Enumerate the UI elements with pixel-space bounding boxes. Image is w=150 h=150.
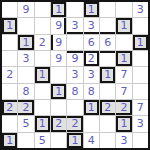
cell-r2c9[interactable]	[133, 18, 148, 33]
cell-r9c1[interactable]: 1	[2, 133, 17, 148]
cell-r1c9[interactable]: 3	[133, 2, 148, 17]
cell-r1c2[interactable]: 9	[18, 2, 33, 17]
puzzle-page: 9113193311296613992121331781887221227512…	[0, 0, 150, 150]
cell-r5c9[interactable]	[133, 67, 148, 82]
cell-r8c4[interactable]: 2	[51, 116, 66, 131]
cell-r3c9[interactable]: 1	[133, 35, 148, 50]
cell-r3c7[interactable]: 6	[100, 35, 115, 50]
cell-r2c7[interactable]	[100, 18, 115, 33]
cell-r6c3[interactable]	[35, 84, 50, 99]
cell-r3c8[interactable]	[116, 35, 131, 50]
cell-r9c3[interactable]: 5	[35, 133, 50, 148]
cell-r6c2[interactable]: 8	[18, 84, 33, 99]
cell-r7c7[interactable]: 2	[100, 100, 115, 115]
cell-r9c4[interactable]	[51, 133, 66, 148]
cell-r2c5[interactable]: 3	[67, 18, 82, 33]
cell-r4c1[interactable]	[2, 51, 17, 66]
cell-r5c6[interactable]: 3	[84, 67, 99, 82]
cell-r8c7[interactable]	[100, 116, 115, 131]
cell-r6c5[interactable]: 8	[67, 84, 82, 99]
cell-r5c7[interactable]: 1	[100, 67, 115, 82]
cell-r9c6[interactable]: 4	[84, 133, 99, 148]
cell-r3c3[interactable]: 2	[35, 35, 50, 50]
cell-r7c5[interactable]	[67, 100, 82, 115]
cell-r3c6[interactable]: 6	[84, 35, 99, 50]
cell-r3c4[interactable]: 9	[51, 35, 66, 50]
cell-r5c3[interactable]: 1	[35, 67, 50, 82]
cell-r1c3[interactable]	[35, 2, 50, 17]
cell-r8c2[interactable]: 5	[18, 116, 33, 131]
cell-r7c6[interactable]: 1	[84, 100, 99, 115]
cell-r2c3[interactable]	[35, 18, 50, 33]
cell-r1c8[interactable]	[116, 2, 131, 17]
cell-r4c3[interactable]	[35, 51, 50, 66]
cell-r8c6[interactable]	[84, 116, 99, 131]
cell-r5c2[interactable]	[18, 67, 33, 82]
cell-r7c4[interactable]	[51, 100, 66, 115]
cell-r4c5[interactable]: 9	[67, 51, 82, 66]
cell-r6c1[interactable]	[2, 84, 17, 99]
cell-r7c3[interactable]	[35, 100, 50, 115]
cell-r2c1[interactable]: 1	[2, 18, 17, 33]
cell-r4c6[interactable]: 2	[84, 51, 99, 66]
cell-r6c8[interactable]: 7	[116, 84, 131, 99]
cell-r6c6[interactable]: 8	[84, 84, 99, 99]
cell-r2c2[interactable]	[18, 18, 33, 33]
cell-r5c4[interactable]	[51, 67, 66, 82]
cell-r8c9[interactable]: 3	[133, 116, 148, 131]
cell-r7c9[interactable]: 7	[133, 100, 148, 115]
cell-r1c6[interactable]: 1	[84, 2, 99, 17]
cell-r8c1[interactable]	[2, 116, 17, 131]
cell-r1c4[interactable]: 1	[51, 2, 66, 17]
cell-r2c6[interactable]: 3	[84, 18, 99, 33]
cell-r6c9[interactable]	[133, 84, 148, 99]
cell-r8c3[interactable]: 1	[35, 116, 50, 131]
cell-r5c1[interactable]: 2	[2, 67, 17, 82]
cell-r7c1[interactable]: 2	[2, 100, 17, 115]
board: 9113193311296613992121331781887221227512…	[0, 0, 150, 150]
cell-r9c9[interactable]	[133, 133, 148, 148]
cell-r1c1[interactable]	[2, 2, 17, 17]
cell-r7c8[interactable]: 2	[116, 100, 131, 115]
cell-r1c5[interactable]	[67, 2, 82, 17]
cell-r1c7[interactable]	[100, 2, 115, 17]
cell-r4c7[interactable]	[100, 51, 115, 66]
cell-r4c8[interactable]: 1	[116, 51, 131, 66]
cell-r3c1[interactable]	[2, 35, 17, 50]
cell-r5c8[interactable]: 7	[116, 67, 131, 82]
cell-r9c5[interactable]: 1	[67, 133, 82, 148]
cell-r3c2[interactable]: 1	[18, 35, 33, 50]
cell-r9c7[interactable]	[100, 133, 115, 148]
cell-r9c2[interactable]	[18, 133, 33, 148]
cell-r9c8[interactable]: 3	[116, 133, 131, 148]
cell-r4c4[interactable]: 9	[51, 51, 66, 66]
cell-r8c5[interactable]: 2	[67, 116, 82, 131]
cell-r6c7[interactable]	[100, 84, 115, 99]
cell-r4c2[interactable]: 3	[18, 51, 33, 66]
cell-r8c8[interactable]: 1	[116, 116, 131, 131]
cell-r5c5[interactable]: 3	[67, 67, 82, 82]
cell-r2c4[interactable]: 9	[51, 18, 66, 33]
cell-r3c5[interactable]	[67, 35, 82, 50]
cell-r2c8[interactable]: 1	[116, 18, 131, 33]
cell-r7c2[interactable]: 2	[18, 100, 33, 115]
cell-r4c9[interactable]	[133, 51, 148, 66]
cell-r6c4[interactable]: 1	[51, 84, 66, 99]
